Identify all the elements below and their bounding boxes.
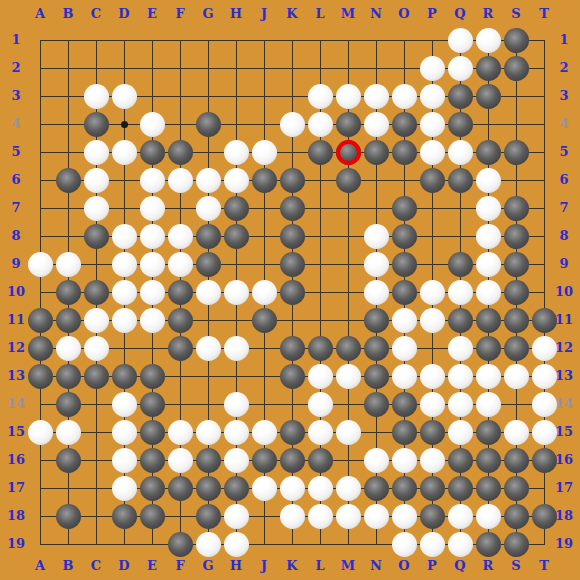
column-label-bottom: T	[530, 558, 558, 574]
white-stone-H5	[224, 140, 249, 165]
black-stone-P15	[420, 420, 445, 445]
white-stone-N8	[364, 224, 389, 249]
white-stone-N9	[364, 252, 389, 277]
black-stone-Q4	[448, 112, 473, 137]
white-stone-P11	[420, 308, 445, 333]
white-stone-R13	[476, 364, 501, 389]
last-move-marker	[336, 140, 361, 165]
row-label-left: 8	[2, 228, 30, 244]
black-stone-S17	[504, 476, 529, 501]
white-stone-Q19	[448, 532, 473, 557]
white-stone-C6	[84, 168, 109, 193]
white-stone-L14	[308, 392, 333, 417]
black-stone-N13	[364, 364, 389, 389]
white-stone-G7	[196, 196, 221, 221]
row-label-right: 2	[550, 60, 578, 76]
white-stone-N10	[364, 280, 389, 305]
white-stone-G19	[196, 532, 221, 557]
white-stone-T13	[532, 364, 557, 389]
column-label-bottom: M	[334, 558, 362, 574]
column-label-bottom: O	[390, 558, 418, 574]
white-stone-O12	[392, 336, 417, 361]
black-stone-G17	[196, 476, 221, 501]
white-stone-P5	[420, 140, 445, 165]
white-stone-F8	[168, 224, 193, 249]
white-stone-G6	[196, 168, 221, 193]
column-label-bottom: H	[222, 558, 250, 574]
black-stone-Q9	[448, 252, 473, 277]
row-label-left: 6	[2, 172, 30, 188]
white-stone-H19	[224, 532, 249, 557]
white-stone-L17	[308, 476, 333, 501]
column-label-bottom: Q	[446, 558, 474, 574]
white-stone-H10	[224, 280, 249, 305]
column-label-top: P	[418, 6, 446, 22]
white-stone-P16	[420, 448, 445, 473]
white-stone-H14	[224, 392, 249, 417]
black-stone-S9	[504, 252, 529, 277]
white-stone-Q18	[448, 504, 473, 529]
column-label-top: G	[194, 6, 222, 22]
black-stone-E18	[140, 504, 165, 529]
black-stone-F12	[168, 336, 193, 361]
white-stone-L18	[308, 504, 333, 529]
black-stone-L12	[308, 336, 333, 361]
white-stone-E10	[140, 280, 165, 305]
black-stone-P18	[420, 504, 445, 529]
black-stone-B11	[56, 308, 81, 333]
black-stone-G8	[196, 224, 221, 249]
white-stone-P10	[420, 280, 445, 305]
white-stone-E4	[140, 112, 165, 137]
column-label-top: S	[502, 6, 530, 22]
white-stone-Q2	[448, 56, 473, 81]
white-stone-L4	[308, 112, 333, 137]
black-stone-B14	[56, 392, 81, 417]
black-stone-M12	[336, 336, 361, 361]
white-stone-E11	[140, 308, 165, 333]
column-label-top: E	[138, 6, 166, 22]
black-stone-D13	[112, 364, 137, 389]
black-stone-S1	[504, 28, 529, 53]
black-stone-K12	[280, 336, 305, 361]
black-stone-O5	[392, 140, 417, 165]
black-stone-T18	[532, 504, 557, 529]
black-stone-O7	[392, 196, 417, 221]
row-label-left: 5	[2, 144, 30, 160]
black-stone-E13	[140, 364, 165, 389]
row-label-right: 7	[550, 200, 578, 216]
white-stone-A15	[28, 420, 53, 445]
black-stone-E14	[140, 392, 165, 417]
black-stone-O17	[392, 476, 417, 501]
row-label-left: 11	[2, 312, 30, 328]
black-stone-P17	[420, 476, 445, 501]
column-label-top: N	[362, 6, 390, 22]
row-label-left: 18	[2, 508, 30, 524]
black-stone-O15	[392, 420, 417, 445]
black-stone-S7	[504, 196, 529, 221]
row-label-left: 7	[2, 200, 30, 216]
row-label-right: 8	[550, 228, 578, 244]
white-stone-R6	[476, 168, 501, 193]
black-stone-M4	[336, 112, 361, 137]
white-stone-M18	[336, 504, 361, 529]
row-label-right: 9	[550, 256, 578, 272]
black-stone-Q16	[448, 448, 473, 473]
black-stone-G9	[196, 252, 221, 277]
white-stone-N3	[364, 84, 389, 109]
black-stone-C4	[84, 112, 109, 137]
white-stone-Q14	[448, 392, 473, 417]
black-stone-P6	[420, 168, 445, 193]
black-stone-D18	[112, 504, 137, 529]
white-stone-G12	[196, 336, 221, 361]
white-stone-N18	[364, 504, 389, 529]
black-stone-S5	[504, 140, 529, 165]
white-stone-M15	[336, 420, 361, 445]
black-stone-R2	[476, 56, 501, 81]
white-stone-H12	[224, 336, 249, 361]
white-stone-F6	[168, 168, 193, 193]
white-stone-H6	[224, 168, 249, 193]
column-label-top: L	[306, 6, 334, 22]
row-label-right: 4	[550, 116, 578, 132]
row-label-right: 6	[550, 172, 578, 188]
white-stone-A9	[28, 252, 53, 277]
row-label-left: 15	[2, 424, 30, 440]
white-stone-K17	[280, 476, 305, 501]
black-stone-N14	[364, 392, 389, 417]
white-stone-G10	[196, 280, 221, 305]
white-stone-B12	[56, 336, 81, 361]
white-stone-O3	[392, 84, 417, 109]
black-stone-T11	[532, 308, 557, 333]
white-stone-E9	[140, 252, 165, 277]
column-label-top: K	[278, 6, 306, 22]
white-stone-E7	[140, 196, 165, 221]
black-stone-E17	[140, 476, 165, 501]
black-stone-R16	[476, 448, 501, 473]
black-stone-E15	[140, 420, 165, 445]
black-stone-F17	[168, 476, 193, 501]
black-stone-N5	[364, 140, 389, 165]
white-stone-D5	[112, 140, 137, 165]
white-stone-Q1	[448, 28, 473, 53]
white-stone-D14	[112, 392, 137, 417]
row-label-left: 19	[2, 536, 30, 552]
white-stone-O19	[392, 532, 417, 557]
black-stone-H17	[224, 476, 249, 501]
black-stone-Q3	[448, 84, 473, 109]
black-stone-G18	[196, 504, 221, 529]
white-stone-D3	[112, 84, 137, 109]
white-stone-D10	[112, 280, 137, 305]
white-stone-J10	[252, 280, 277, 305]
black-stone-K15	[280, 420, 305, 445]
black-stone-C13	[84, 364, 109, 389]
black-stone-C8	[84, 224, 109, 249]
row-label-left: 2	[2, 60, 30, 76]
white-stone-P14	[420, 392, 445, 417]
white-stone-C3	[84, 84, 109, 109]
white-stone-O16	[392, 448, 417, 473]
white-stone-F15	[168, 420, 193, 445]
row-label-left: 12	[2, 340, 30, 356]
white-stone-P13	[420, 364, 445, 389]
row-label-right: 17	[550, 480, 578, 496]
white-stone-R8	[476, 224, 501, 249]
column-label-top: D	[110, 6, 138, 22]
black-stone-K13	[280, 364, 305, 389]
white-stone-J17	[252, 476, 277, 501]
row-label-right: 19	[550, 536, 578, 552]
black-stone-A13	[28, 364, 53, 389]
row-label-right: 5	[550, 144, 578, 160]
column-label-top: T	[530, 6, 558, 22]
white-stone-H15	[224, 420, 249, 445]
row-label-left: 17	[2, 480, 30, 496]
black-stone-R12	[476, 336, 501, 361]
white-stone-T15	[532, 420, 557, 445]
white-stone-T14	[532, 392, 557, 417]
column-label-bottom: C	[82, 558, 110, 574]
black-stone-A11	[28, 308, 53, 333]
black-stone-B13	[56, 364, 81, 389]
black-stone-L16	[308, 448, 333, 473]
white-stone-J5	[252, 140, 277, 165]
black-stone-G4	[196, 112, 221, 137]
black-stone-O10	[392, 280, 417, 305]
black-stone-F11	[168, 308, 193, 333]
row-label-right: 3	[550, 88, 578, 104]
white-stone-D9	[112, 252, 137, 277]
black-stone-H8	[224, 224, 249, 249]
black-stone-O9	[392, 252, 417, 277]
column-label-top: B	[54, 6, 82, 22]
white-stone-D16	[112, 448, 137, 473]
black-stone-S2	[504, 56, 529, 81]
white-stone-E6	[140, 168, 165, 193]
white-stone-Q5	[448, 140, 473, 165]
column-label-top: C	[82, 6, 110, 22]
white-stone-J15	[252, 420, 277, 445]
column-label-bottom: B	[54, 558, 82, 574]
white-stone-P2	[420, 56, 445, 81]
column-label-bottom: G	[194, 558, 222, 574]
white-stone-D15	[112, 420, 137, 445]
white-stone-Q13	[448, 364, 473, 389]
row-label-left: 9	[2, 256, 30, 272]
white-stone-M3	[336, 84, 361, 109]
black-stone-N11	[364, 308, 389, 333]
row-label-left: 10	[2, 284, 30, 300]
column-label-bottom: P	[418, 558, 446, 574]
black-stone-K10	[280, 280, 305, 305]
black-stone-Q17	[448, 476, 473, 501]
row-label-left: 16	[2, 452, 30, 468]
white-stone-P4	[420, 112, 445, 137]
column-label-top: Q	[446, 6, 474, 22]
white-stone-P19	[420, 532, 445, 557]
black-stone-R17	[476, 476, 501, 501]
black-stone-S19	[504, 532, 529, 557]
row-label-right: 10	[550, 284, 578, 300]
white-stone-F16	[168, 448, 193, 473]
column-label-top: R	[474, 6, 502, 22]
white-stone-K18	[280, 504, 305, 529]
black-stone-F10	[168, 280, 193, 305]
column-label-bottom: D	[110, 558, 138, 574]
black-stone-Q6	[448, 168, 473, 193]
white-stone-C7	[84, 196, 109, 221]
column-label-top: J	[250, 6, 278, 22]
black-stone-S8	[504, 224, 529, 249]
white-stone-E8	[140, 224, 165, 249]
black-stone-B10	[56, 280, 81, 305]
black-stone-E5	[140, 140, 165, 165]
white-stone-R9	[476, 252, 501, 277]
white-stone-M17	[336, 476, 361, 501]
black-stone-E16	[140, 448, 165, 473]
white-stone-R18	[476, 504, 501, 529]
black-stone-K16	[280, 448, 305, 473]
row-label-left: 1	[2, 32, 30, 48]
white-stone-L15	[308, 420, 333, 445]
black-stone-K7	[280, 196, 305, 221]
black-stone-R11	[476, 308, 501, 333]
column-label-top: O	[390, 6, 418, 22]
white-stone-Q15	[448, 420, 473, 445]
row-label-left: 14	[2, 396, 30, 412]
black-stone-S11	[504, 308, 529, 333]
column-label-bottom: S	[502, 558, 530, 574]
white-stone-N4	[364, 112, 389, 137]
black-stone-J6	[252, 168, 277, 193]
white-stone-P3	[420, 84, 445, 109]
black-stone-N17	[364, 476, 389, 501]
row-label-left: 13	[2, 368, 30, 384]
black-stone-J11	[252, 308, 277, 333]
white-stone-R10	[476, 280, 501, 305]
white-stone-F9	[168, 252, 193, 277]
white-stone-K4	[280, 112, 305, 137]
black-stone-B18	[56, 504, 81, 529]
black-stone-G16	[196, 448, 221, 473]
black-stone-O4	[392, 112, 417, 137]
column-label-bottom: N	[362, 558, 390, 574]
white-stone-L13	[308, 364, 333, 389]
white-stone-S15	[504, 420, 529, 445]
black-stone-B6	[56, 168, 81, 193]
black-stone-O14	[392, 392, 417, 417]
column-label-bottom: A	[26, 558, 54, 574]
black-stone-R19	[476, 532, 501, 557]
white-stone-T12	[532, 336, 557, 361]
column-label-top: F	[166, 6, 194, 22]
black-stone-O8	[392, 224, 417, 249]
black-stone-L5	[308, 140, 333, 165]
column-label-bottom: J	[250, 558, 278, 574]
black-stone-K8	[280, 224, 305, 249]
white-stone-S13	[504, 364, 529, 389]
black-stone-B16	[56, 448, 81, 473]
black-stone-R5	[476, 140, 501, 165]
black-stone-S12	[504, 336, 529, 361]
column-label-top: H	[222, 6, 250, 22]
white-stone-N16	[364, 448, 389, 473]
black-stone-S18	[504, 504, 529, 529]
white-stone-H16	[224, 448, 249, 473]
white-stone-Q10	[448, 280, 473, 305]
column-label-bottom: R	[474, 558, 502, 574]
column-label-bottom: E	[138, 558, 166, 574]
white-stone-O13	[392, 364, 417, 389]
white-stone-Q12	[448, 336, 473, 361]
black-stone-M6	[336, 168, 361, 193]
row-label-left: 4	[2, 116, 30, 132]
black-stone-F5	[168, 140, 193, 165]
white-stone-R14	[476, 392, 501, 417]
column-label-bottom: F	[166, 558, 194, 574]
white-stone-B9	[56, 252, 81, 277]
white-stone-D8	[112, 224, 137, 249]
white-stone-H18	[224, 504, 249, 529]
white-stone-L3	[308, 84, 333, 109]
column-label-bottom: K	[278, 558, 306, 574]
white-stone-G15	[196, 420, 221, 445]
black-stone-T16	[532, 448, 557, 473]
column-label-top: M	[334, 6, 362, 22]
white-stone-D11	[112, 308, 137, 333]
black-stone-R3	[476, 84, 501, 109]
star-point	[121, 121, 128, 128]
go-board: AABBCCDDEEFFGGHHJJKKLLMMNNOOPPQQRRSSTT11…	[0, 0, 580, 580]
white-stone-R1	[476, 28, 501, 53]
white-stone-C11	[84, 308, 109, 333]
black-stone-J16	[252, 448, 277, 473]
white-stone-R7	[476, 196, 501, 221]
row-label-left: 3	[2, 88, 30, 104]
row-label-right: 1	[550, 32, 578, 48]
black-stone-K6	[280, 168, 305, 193]
white-stone-O11	[392, 308, 417, 333]
black-stone-C10	[84, 280, 109, 305]
white-stone-M13	[336, 364, 361, 389]
black-stone-N12	[364, 336, 389, 361]
black-stone-H7	[224, 196, 249, 221]
black-stone-A12	[28, 336, 53, 361]
black-stone-R15	[476, 420, 501, 445]
black-stone-Q11	[448, 308, 473, 333]
white-stone-C5	[84, 140, 109, 165]
white-stone-B15	[56, 420, 81, 445]
black-stone-K9	[280, 252, 305, 277]
white-stone-O18	[392, 504, 417, 529]
column-label-bottom: L	[306, 558, 334, 574]
white-stone-D17	[112, 476, 137, 501]
black-stone-F19	[168, 532, 193, 557]
column-label-top: A	[26, 6, 54, 22]
black-stone-S10	[504, 280, 529, 305]
black-stone-S16	[504, 448, 529, 473]
white-stone-C12	[84, 336, 109, 361]
